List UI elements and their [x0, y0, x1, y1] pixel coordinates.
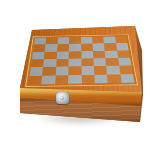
- board-inlay-frame: [25, 34, 138, 86]
- board-square: [119, 66, 133, 75]
- clasp-latch-icon: [56, 92, 69, 104]
- board-square: [43, 59, 56, 67]
- board-square: [94, 66, 107, 75]
- board-square: [28, 75, 42, 84]
- board-square: [107, 74, 121, 83]
- board-square: [106, 58, 119, 66]
- product-photo-chess-box: [0, 0, 150, 150]
- board-square: [68, 75, 81, 84]
- board-square: [43, 67, 56, 76]
- board-square: [56, 59, 69, 67]
- board-square: [68, 66, 81, 75]
- board-square: [69, 59, 82, 67]
- board-square: [31, 59, 44, 67]
- chessboard-lid: [28, 36, 134, 84]
- board-square: [55, 75, 68, 84]
- board-square: [81, 66, 94, 75]
- board-square: [93, 58, 106, 66]
- board-square: [81, 58, 94, 66]
- board-square: [42, 75, 56, 84]
- board-square: [94, 74, 108, 83]
- board-square: [55, 67, 68, 76]
- board-square: [81, 75, 94, 84]
- board-square: [120, 74, 134, 83]
- board-square: [106, 66, 120, 75]
- board-square: [30, 67, 44, 76]
- board-square: [118, 58, 132, 66]
